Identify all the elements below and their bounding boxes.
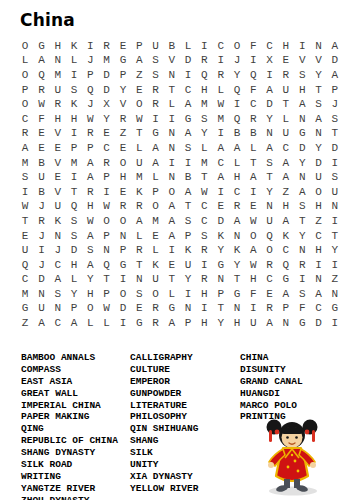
grid-cell-r5c1[interactable]: O xyxy=(17,97,33,112)
grid-cell-r6c17[interactable]: L xyxy=(278,112,294,127)
grid-cell-r9c10[interactable]: I xyxy=(164,156,180,171)
grid-cell-r19c6[interactable]: W xyxy=(98,302,114,317)
grid-cell-r9c14[interactable]: L xyxy=(229,156,245,171)
grid-cell-r16c5[interactable]: A xyxy=(82,258,98,273)
grid-cell-r7c11[interactable]: A xyxy=(180,127,196,142)
grid-cell-r16c16[interactable]: R xyxy=(261,258,277,273)
grid-cell-r4c7[interactable]: Y xyxy=(115,83,131,98)
grid-cell-r17c6[interactable]: T xyxy=(98,273,114,288)
grid-cell-r2c19[interactable]: V xyxy=(310,54,326,69)
grid-cell-r8c8[interactable]: L xyxy=(131,141,147,156)
grid-cell-r5c12[interactable]: M xyxy=(196,97,212,112)
grid-cell-r13c3[interactable]: K xyxy=(50,214,66,229)
grid-cell-r13c5[interactable]: W xyxy=(82,214,98,229)
grid-cell-r4c3[interactable]: U xyxy=(50,83,66,98)
grid-cell-r13c7[interactable]: O xyxy=(115,214,131,229)
grid-cell-r13c14[interactable]: A xyxy=(229,214,245,229)
grid-cell-r7c19[interactable]: N xyxy=(310,127,326,142)
grid-cell-r8c18[interactable]: D xyxy=(294,141,310,156)
grid-cell-r17c2[interactable]: D xyxy=(33,273,49,288)
grid-cell-r7c15[interactable]: B xyxy=(245,127,261,142)
grid-cell-r1c4[interactable]: K xyxy=(66,39,82,54)
grid-cell-r2c16[interactable]: X xyxy=(261,54,277,69)
grid-cell-r16c20[interactable]: I xyxy=(327,258,343,273)
grid-cell-r2c2[interactable]: A xyxy=(33,54,49,69)
grid-cell-r19c7[interactable]: D xyxy=(115,302,131,317)
grid-cell-r15c16[interactable]: O xyxy=(261,243,277,258)
grid-cell-r19c2[interactable]: U xyxy=(33,302,49,317)
grid-cell-r11c12[interactable]: W xyxy=(196,185,212,200)
grid-cell-r20c6[interactable]: L xyxy=(98,316,114,331)
grid-cell-r2c12[interactable]: R xyxy=(196,54,212,69)
grid-cell-r2c5[interactable]: J xyxy=(82,54,98,69)
grid-cell-r11c18[interactable]: A xyxy=(294,185,310,200)
grid-cell-r5c17[interactable]: T xyxy=(278,97,294,112)
grid-cell-r1c8[interactable]: P xyxy=(131,39,147,54)
grid-cell-r8c2[interactable]: E xyxy=(33,141,49,156)
grid-cell-r19c17[interactable]: P xyxy=(278,302,294,317)
grid-cell-r10c11[interactable]: B xyxy=(180,170,196,185)
grid-cell-r2c11[interactable]: D xyxy=(180,54,196,69)
grid-cell-r11c7[interactable]: E xyxy=(115,185,131,200)
grid-cell-r11c2[interactable]: B xyxy=(33,185,49,200)
grid-cell-r15c8[interactable]: R xyxy=(131,243,147,258)
grid-cell-r19c4[interactable]: P xyxy=(66,302,82,317)
grid-cell-r17c1[interactable]: C xyxy=(17,273,33,288)
grid-cell-r14c12[interactable]: S xyxy=(196,229,212,244)
grid-cell-r1c14[interactable]: O xyxy=(229,39,245,54)
grid-cell-r4c8[interactable]: E xyxy=(131,83,147,98)
grid-cell-r8c7[interactable]: E xyxy=(115,141,131,156)
grid-cell-r4c13[interactable]: L xyxy=(213,83,229,98)
grid-cell-r1c17[interactable]: H xyxy=(278,39,294,54)
grid-cell-r3c12[interactable]: Q xyxy=(196,68,212,83)
grid-cell-r13c13[interactable]: D xyxy=(213,214,229,229)
grid-cell-r6c4[interactable]: H xyxy=(66,112,82,127)
grid-cell-r10c10[interactable]: N xyxy=(164,170,180,185)
grid-cell-r6c10[interactable]: I xyxy=(164,112,180,127)
grid-cell-r5c2[interactable]: W xyxy=(33,97,49,112)
grid-cell-r11c20[interactable]: U xyxy=(327,185,343,200)
grid-cell-r18c16[interactable]: E xyxy=(261,287,277,302)
grid-cell-r1c20[interactable]: A xyxy=(327,39,343,54)
grid-cell-r11c16[interactable]: Y xyxy=(261,185,277,200)
grid-cell-r15c3[interactable]: J xyxy=(50,243,66,258)
grid-cell-r12c4[interactable]: Q xyxy=(66,200,82,215)
grid-cell-r7c16[interactable]: N xyxy=(261,127,277,142)
grid-cell-r20c4[interactable]: A xyxy=(66,316,82,331)
grid-cell-r20c9[interactable]: R xyxy=(147,316,163,331)
grid-cell-r17c16[interactable]: C xyxy=(261,273,277,288)
grid-cell-r14c15[interactable]: O xyxy=(245,229,261,244)
grid-cell-r9c19[interactable]: D xyxy=(310,156,326,171)
grid-cell-r5c20[interactable]: J xyxy=(327,97,343,112)
grid-cell-r3c15[interactable]: Q xyxy=(245,68,261,83)
grid-cell-r10c7[interactable]: H xyxy=(115,170,131,185)
grid-cell-r2c3[interactable]: N xyxy=(50,54,66,69)
grid-cell-r4c11[interactable]: C xyxy=(180,83,196,98)
grid-cell-r5c13[interactable]: W xyxy=(213,97,229,112)
grid-cell-r11c10[interactable]: O xyxy=(164,185,180,200)
grid-cell-r2c10[interactable]: V xyxy=(164,54,180,69)
grid-cell-r5c18[interactable]: A xyxy=(294,97,310,112)
grid-cell-r12c10[interactable]: A xyxy=(164,200,180,215)
grid-cell-r15c4[interactable]: D xyxy=(66,243,82,258)
grid-cell-r5c3[interactable]: R xyxy=(50,97,66,112)
grid-cell-r9c5[interactable]: A xyxy=(82,156,98,171)
grid-cell-r1c18[interactable]: I xyxy=(294,39,310,54)
grid-cell-r3c9[interactable]: S xyxy=(147,68,163,83)
grid-cell-r15c11[interactable]: K xyxy=(180,243,196,258)
grid-cell-r6c2[interactable]: F xyxy=(33,112,49,127)
grid-cell-r5c5[interactable]: J xyxy=(82,97,98,112)
grid-cell-r10c2[interactable]: U xyxy=(33,170,49,185)
grid-cell-r17c7[interactable]: I xyxy=(115,273,131,288)
grid-cell-r14c16[interactable]: Q xyxy=(261,229,277,244)
grid-cell-r2c6[interactable]: M xyxy=(98,54,114,69)
grid-cell-r4c17[interactable]: U xyxy=(278,83,294,98)
grid-cell-r12c7[interactable]: R xyxy=(115,200,131,215)
grid-cell-r3c3[interactable]: M xyxy=(50,68,66,83)
grid-cell-r11c1[interactable]: I xyxy=(17,185,33,200)
grid-cell-r10c3[interactable]: E xyxy=(50,170,66,185)
grid-cell-r4c2[interactable]: R xyxy=(33,83,49,98)
grid-cell-r9c20[interactable]: I xyxy=(327,156,343,171)
word-search-grid[interactable]: OGHKIREPUBLICOFCHINALANLJMGASVDRIJIXEVVD… xyxy=(17,39,343,331)
grid-cell-r10c4[interactable]: I xyxy=(66,170,82,185)
grid-cell-r10c18[interactable]: N xyxy=(294,170,310,185)
grid-cell-r5c8[interactable]: O xyxy=(131,97,147,112)
grid-cell-r9c8[interactable]: U xyxy=(131,156,147,171)
grid-cell-r16c13[interactable]: G xyxy=(213,258,229,273)
grid-cell-r14c18[interactable]: Y xyxy=(294,229,310,244)
grid-cell-r13c4[interactable]: S xyxy=(66,214,82,229)
grid-cell-r1c12[interactable]: I xyxy=(196,39,212,54)
grid-cell-r13c16[interactable]: U xyxy=(261,214,277,229)
grid-cell-r16c15[interactable]: W xyxy=(245,258,261,273)
grid-cell-r4c14[interactable]: Q xyxy=(229,83,245,98)
grid-cell-r17c4[interactable]: L xyxy=(66,273,82,288)
grid-cell-r8c13[interactable]: A xyxy=(213,141,229,156)
grid-cell-r9c3[interactable]: V xyxy=(50,156,66,171)
grid-cell-r7c5[interactable]: R xyxy=(82,127,98,142)
grid-cell-r17c17[interactable]: G xyxy=(278,273,294,288)
grid-cell-r14c11[interactable]: P xyxy=(180,229,196,244)
grid-cell-r4c16[interactable]: A xyxy=(261,83,277,98)
grid-cell-r1c6[interactable]: R xyxy=(98,39,114,54)
grid-cell-r15c2[interactable]: I xyxy=(33,243,49,258)
grid-cell-r19c5[interactable]: O xyxy=(82,302,98,317)
grid-cell-r9c1[interactable]: M xyxy=(17,156,33,171)
grid-cell-r19c10[interactable]: G xyxy=(164,302,180,317)
grid-cell-r18c4[interactable]: Y xyxy=(66,287,82,302)
grid-cell-r8c10[interactable]: N xyxy=(164,141,180,156)
grid-cell-r17c5[interactable]: Y xyxy=(82,273,98,288)
grid-cell-r12c3[interactable]: U xyxy=(50,200,66,215)
grid-cell-r11c13[interactable]: I xyxy=(213,185,229,200)
grid-cell-r7c8[interactable]: T xyxy=(131,127,147,142)
grid-cell-r2c1[interactable]: L xyxy=(17,54,33,69)
grid-cell-r5c6[interactable]: X xyxy=(98,97,114,112)
grid-cell-r6c16[interactable]: Y xyxy=(261,112,277,127)
grid-cell-r20c16[interactable]: A xyxy=(261,316,277,331)
grid-cell-r7c9[interactable]: G xyxy=(147,127,163,142)
grid-cell-r17c14[interactable]: T xyxy=(229,273,245,288)
grid-cell-r16c18[interactable]: R xyxy=(294,258,310,273)
grid-cell-r16c2[interactable]: J xyxy=(33,258,49,273)
grid-cell-r19c9[interactable]: R xyxy=(147,302,163,317)
grid-cell-r4c15[interactable]: F xyxy=(245,83,261,98)
grid-cell-r7c3[interactable]: V xyxy=(50,127,66,142)
grid-cell-r18c13[interactable]: P xyxy=(213,287,229,302)
grid-cell-r20c10[interactable]: A xyxy=(164,316,180,331)
grid-cell-r13c17[interactable]: A xyxy=(278,214,294,229)
grid-cell-r3c13[interactable]: R xyxy=(213,68,229,83)
grid-cell-r18c18[interactable]: S xyxy=(294,287,310,302)
grid-cell-r11c17[interactable]: Z xyxy=(278,185,294,200)
grid-cell-r16c4[interactable]: H xyxy=(66,258,82,273)
grid-cell-r17c18[interactable]: I xyxy=(294,273,310,288)
grid-cell-r6c20[interactable]: S xyxy=(327,112,343,127)
grid-cell-r3c5[interactable]: P xyxy=(82,68,98,83)
grid-cell-r6c14[interactable]: Q xyxy=(229,112,245,127)
grid-cell-r7c7[interactable]: Z xyxy=(115,127,131,142)
grid-cell-r9c4[interactable]: M xyxy=(66,156,82,171)
grid-cell-r16c19[interactable]: I xyxy=(310,258,326,273)
grid-cell-r1c7[interactable]: E xyxy=(115,39,131,54)
grid-cell-r13c6[interactable]: O xyxy=(98,214,114,229)
grid-cell-r16c9[interactable]: K xyxy=(147,258,163,273)
grid-cell-r15c1[interactable]: U xyxy=(17,243,33,258)
grid-cell-r1c5[interactable]: I xyxy=(82,39,98,54)
grid-cell-r17c11[interactable]: Y xyxy=(180,273,196,288)
grid-cell-r3c8[interactable]: Z xyxy=(131,68,147,83)
grid-cell-r18c19[interactable]: A xyxy=(310,287,326,302)
grid-cell-r18c9[interactable]: O xyxy=(147,287,163,302)
grid-cell-r12c6[interactable]: W xyxy=(98,200,114,215)
grid-cell-r6c12[interactable]: S xyxy=(196,112,212,127)
grid-cell-r15c15[interactable]: A xyxy=(245,243,261,258)
grid-cell-r5c15[interactable]: C xyxy=(245,97,261,112)
grid-cell-r8c19[interactable]: Y xyxy=(310,141,326,156)
grid-cell-r18c12[interactable]: H xyxy=(196,287,212,302)
grid-cell-r14c13[interactable]: K xyxy=(213,229,229,244)
grid-cell-r10c19[interactable]: U xyxy=(310,170,326,185)
grid-cell-r6c1[interactable]: C xyxy=(17,112,33,127)
grid-cell-r18c7[interactable]: O xyxy=(115,287,131,302)
grid-cell-r2c8[interactable]: A xyxy=(131,54,147,69)
grid-cell-r14c1[interactable]: E xyxy=(17,229,33,244)
grid-cell-r12c20[interactable]: N xyxy=(327,200,343,215)
grid-cell-r13c2[interactable]: R xyxy=(33,214,49,229)
grid-cell-r7c17[interactable]: U xyxy=(278,127,294,142)
grid-cell-r19c14[interactable]: N xyxy=(229,302,245,317)
grid-cell-r5c14[interactable]: I xyxy=(229,97,245,112)
grid-cell-r8c3[interactable]: E xyxy=(50,141,66,156)
grid-cell-r17c12[interactable]: R xyxy=(196,273,212,288)
grid-cell-r19c13[interactable]: T xyxy=(213,302,229,317)
grid-cell-r8c12[interactable]: L xyxy=(196,141,212,156)
grid-cell-r15c10[interactable]: I xyxy=(164,243,180,258)
grid-cell-r3c7[interactable]: P xyxy=(115,68,131,83)
grid-cell-r20c12[interactable]: H xyxy=(196,316,212,331)
grid-cell-r20c5[interactable]: L xyxy=(82,316,98,331)
grid-cell-r20c2[interactable]: A xyxy=(33,316,49,331)
grid-cell-r11c11[interactable]: A xyxy=(180,185,196,200)
grid-cell-r9c16[interactable]: S xyxy=(261,156,277,171)
grid-cell-r1c10[interactable]: B xyxy=(164,39,180,54)
grid-cell-r17c15[interactable]: H xyxy=(245,273,261,288)
grid-cell-r12c12[interactable]: C xyxy=(196,200,212,215)
grid-cell-r9c15[interactable]: T xyxy=(245,156,261,171)
grid-cell-r19c1[interactable]: G xyxy=(17,302,33,317)
grid-cell-r9c18[interactable]: Y xyxy=(294,156,310,171)
grid-cell-r18c15[interactable]: F xyxy=(245,287,261,302)
grid-cell-r3c11[interactable]: I xyxy=(180,68,196,83)
grid-cell-r9c6[interactable]: R xyxy=(98,156,114,171)
grid-cell-r20c7[interactable]: I xyxy=(115,316,131,331)
grid-cell-r3c20[interactable]: A xyxy=(327,68,343,83)
grid-cell-r20c14[interactable]: H xyxy=(229,316,245,331)
grid-cell-r7c14[interactable]: B xyxy=(229,127,245,142)
grid-cell-r10c1[interactable]: S xyxy=(17,170,33,185)
grid-cell-r16c8[interactable]: T xyxy=(131,258,147,273)
grid-cell-r11c3[interactable]: V xyxy=(50,185,66,200)
grid-cell-r14c8[interactable]: L xyxy=(131,229,147,244)
grid-cell-r3c14[interactable]: Y xyxy=(229,68,245,83)
grid-cell-r4c20[interactable]: P xyxy=(327,83,343,98)
grid-cell-r18c1[interactable]: M xyxy=(17,287,33,302)
grid-cell-r20c11[interactable]: P xyxy=(180,316,196,331)
grid-cell-r18c10[interactable]: L xyxy=(164,287,180,302)
grid-cell-r4c12[interactable]: H xyxy=(196,83,212,98)
grid-cell-r6c6[interactable]: Y xyxy=(98,112,114,127)
grid-cell-r7c2[interactable]: E xyxy=(33,127,49,142)
grid-cell-r3c1[interactable]: O xyxy=(17,68,33,83)
grid-cell-r3c18[interactable]: S xyxy=(294,68,310,83)
grid-cell-r20c15[interactable]: U xyxy=(245,316,261,331)
grid-cell-r17c20[interactable]: Z xyxy=(327,273,343,288)
grid-cell-r12c5[interactable]: H xyxy=(82,200,98,215)
grid-cell-r17c19[interactable]: N xyxy=(310,273,326,288)
grid-cell-r13c15[interactable]: W xyxy=(245,214,261,229)
grid-cell-r5c19[interactable]: S xyxy=(310,97,326,112)
grid-cell-r6c7[interactable]: R xyxy=(115,112,131,127)
grid-cell-r20c8[interactable]: G xyxy=(131,316,147,331)
grid-cell-r5c9[interactable]: R xyxy=(147,97,163,112)
grid-cell-r7c6[interactable]: E xyxy=(98,127,114,142)
grid-cell-r6c9[interactable]: I xyxy=(147,112,163,127)
grid-cell-r8c1[interactable]: A xyxy=(17,141,33,156)
grid-cell-r14c20[interactable]: T xyxy=(327,229,343,244)
grid-cell-r8c6[interactable]: C xyxy=(98,141,114,156)
grid-cell-r14c9[interactable]: E xyxy=(147,229,163,244)
grid-cell-r20c19[interactable]: D xyxy=(310,316,326,331)
grid-cell-r17c9[interactable]: U xyxy=(147,273,163,288)
grid-cell-r7c18[interactable]: G xyxy=(294,127,310,142)
grid-cell-r18c2[interactable]: N xyxy=(33,287,49,302)
grid-cell-r13c8[interactable]: A xyxy=(131,214,147,229)
grid-cell-r8c9[interactable]: A xyxy=(147,141,163,156)
grid-cell-r15c12[interactable]: R xyxy=(196,243,212,258)
grid-cell-r10c8[interactable]: M xyxy=(131,170,147,185)
grid-cell-r18c8[interactable]: S xyxy=(131,287,147,302)
grid-cell-r10c12[interactable]: T xyxy=(196,170,212,185)
grid-cell-r15c19[interactable]: H xyxy=(310,243,326,258)
grid-cell-r17c3[interactable]: A xyxy=(50,273,66,288)
grid-cell-r4c10[interactable]: T xyxy=(164,83,180,98)
grid-cell-r19c11[interactable]: N xyxy=(180,302,196,317)
grid-cell-r19c12[interactable]: I xyxy=(196,302,212,317)
grid-cell-r2c4[interactable]: L xyxy=(66,54,82,69)
grid-cell-r4c6[interactable]: D xyxy=(98,83,114,98)
grid-cell-r11c5[interactable]: R xyxy=(82,185,98,200)
grid-cell-r14c14[interactable]: N xyxy=(229,229,245,244)
grid-cell-r16c17[interactable]: Q xyxy=(278,258,294,273)
grid-cell-r13c12[interactable]: C xyxy=(196,214,212,229)
grid-cell-r20c20[interactable]: I xyxy=(327,316,343,331)
grid-cell-r19c15[interactable]: I xyxy=(245,302,261,317)
grid-cell-r11c8[interactable]: K xyxy=(131,185,147,200)
grid-cell-r7c10[interactable]: N xyxy=(164,127,180,142)
grid-cell-r11c4[interactable]: T xyxy=(66,185,82,200)
grid-cell-r17c8[interactable]: N xyxy=(131,273,147,288)
grid-cell-r19c20[interactable]: G xyxy=(327,302,343,317)
grid-cell-r8c5[interactable]: P xyxy=(82,141,98,156)
grid-cell-r9c2[interactable]: B xyxy=(33,156,49,171)
grid-cell-r9c17[interactable]: A xyxy=(278,156,294,171)
grid-cell-r4c18[interactable]: H xyxy=(294,83,310,98)
grid-cell-r12c17[interactable]: H xyxy=(278,200,294,215)
grid-cell-r8c4[interactable]: P xyxy=(66,141,82,156)
grid-cell-r7c12[interactable]: Y xyxy=(196,127,212,142)
grid-cell-r1c11[interactable]: L xyxy=(180,39,196,54)
grid-cell-r12c14[interactable]: R xyxy=(229,200,245,215)
grid-cell-r8c16[interactable]: A xyxy=(261,141,277,156)
grid-cell-r3c19[interactable]: Y xyxy=(310,68,326,83)
grid-cell-r6c11[interactable]: G xyxy=(180,112,196,127)
grid-cell-r17c13[interactable]: N xyxy=(213,273,229,288)
grid-cell-r10c5[interactable]: A xyxy=(82,170,98,185)
grid-cell-r3c17[interactable]: R xyxy=(278,68,294,83)
grid-cell-r12c13[interactable]: E xyxy=(213,200,229,215)
grid-cell-r2c17[interactable]: E xyxy=(278,54,294,69)
grid-cell-r7c20[interactable]: T xyxy=(327,127,343,142)
grid-cell-r10c17[interactable]: A xyxy=(278,170,294,185)
grid-cell-r18c11[interactable]: I xyxy=(180,287,196,302)
grid-cell-r12c2[interactable]: J xyxy=(33,200,49,215)
grid-cell-r18c5[interactable]: H xyxy=(82,287,98,302)
grid-cell-r16c7[interactable]: G xyxy=(115,258,131,273)
grid-cell-r4c19[interactable]: T xyxy=(310,83,326,98)
grid-cell-r6c18[interactable]: N xyxy=(294,112,310,127)
grid-cell-r20c17[interactable]: N xyxy=(278,316,294,331)
grid-cell-r10c6[interactable]: P xyxy=(98,170,114,185)
grid-cell-r4c1[interactable]: P xyxy=(17,83,33,98)
grid-cell-r16c1[interactable]: Q xyxy=(17,258,33,273)
grid-cell-r13c11[interactable]: S xyxy=(180,214,196,229)
grid-cell-r2c15[interactable]: I xyxy=(245,54,261,69)
grid-cell-r15c7[interactable]: P xyxy=(115,243,131,258)
grid-cell-r14c3[interactable]: N xyxy=(50,229,66,244)
grid-cell-r10c14[interactable]: H xyxy=(229,170,245,185)
grid-cell-r13c9[interactable]: M xyxy=(147,214,163,229)
grid-cell-r15c18[interactable]: N xyxy=(294,243,310,258)
grid-cell-r7c1[interactable]: R xyxy=(17,127,33,142)
grid-cell-r16c3[interactable]: C xyxy=(50,258,66,273)
grid-cell-r16c10[interactable]: E xyxy=(164,258,180,273)
grid-cell-r12c15[interactable]: E xyxy=(245,200,261,215)
